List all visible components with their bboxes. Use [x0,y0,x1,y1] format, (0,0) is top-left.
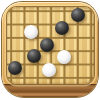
black-stone [55,21,69,35]
white-stone [24,25,38,39]
black-stone [71,8,85,22]
black-stone [40,38,54,52]
gomoku-app-icon[interactable] [2,2,98,97]
black-stone [8,61,22,75]
white-stone [42,63,56,77]
board-3d-side [2,84,98,97]
white-stone [57,50,71,64]
black-stone [27,49,41,63]
go-board-surface [7,7,94,84]
